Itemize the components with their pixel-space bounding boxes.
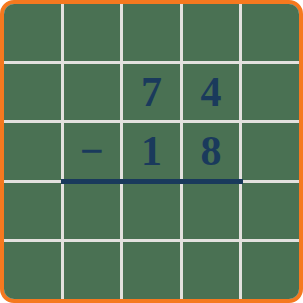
answer-line bbox=[61, 179, 243, 184]
grid-cell-r1c1 bbox=[4, 4, 61, 61]
grid-cell-r2c4-minuend-ones: 4 bbox=[183, 64, 240, 121]
grid-cell-r2c3-minuend-tens: 7 bbox=[123, 64, 180, 121]
grid-cell-r1c4 bbox=[183, 4, 240, 61]
worksheet-frame: 7 4 − 1 8 bbox=[0, 0, 303, 303]
grid-cell-r3c2-minus-sign: − bbox=[64, 123, 121, 180]
subtraction-grid: 7 4 − 1 8 bbox=[4, 4, 299, 299]
grid-cell-r4c2 bbox=[64, 183, 121, 240]
grid-cell-r3c3-subtrahend-tens: 1 bbox=[123, 123, 180, 180]
grid-cell-r4c1 bbox=[4, 183, 61, 240]
grid-cell-r2c5 bbox=[242, 64, 299, 121]
grid-cell-r1c3 bbox=[123, 4, 180, 61]
worksheet-stage: 7 4 − 1 8 bbox=[0, 0, 303, 303]
grid-cell-r5c5 bbox=[242, 242, 299, 299]
grid-cell-r2c2 bbox=[64, 64, 121, 121]
grid-cell-r5c1 bbox=[4, 242, 61, 299]
grid-cell-r4c4-answer-ones bbox=[183, 183, 240, 240]
grid-cell-r5c2 bbox=[64, 242, 121, 299]
grid-cell-r3c5 bbox=[242, 123, 299, 180]
grid-cell-r4c3-answer-tens bbox=[123, 183, 180, 240]
grid-cell-r3c4-subtrahend-ones: 8 bbox=[183, 123, 240, 180]
grid-cell-r1c2 bbox=[64, 4, 121, 61]
grid-cell-r5c4 bbox=[183, 242, 240, 299]
grid-cell-r5c3 bbox=[123, 242, 180, 299]
grid-cell-r2c1 bbox=[4, 64, 61, 121]
grid-cell-r1c5 bbox=[242, 4, 299, 61]
grid-cell-r3c1 bbox=[4, 123, 61, 180]
grid-cell-r4c5 bbox=[242, 183, 299, 240]
